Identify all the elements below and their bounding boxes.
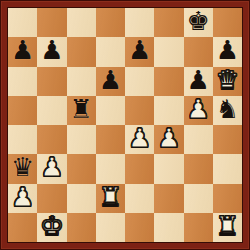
square-f5[interactable] xyxy=(154,96,183,125)
square-c4[interactable] xyxy=(67,125,96,154)
white-pawn: ♟ xyxy=(157,125,180,153)
square-f2[interactable] xyxy=(154,184,183,213)
square-f3[interactable] xyxy=(154,154,183,183)
square-f8[interactable] xyxy=(154,8,183,37)
square-g1[interactable] xyxy=(184,213,213,242)
square-h1[interactable]: ♜ xyxy=(213,213,242,242)
square-c5[interactable]: ♜ xyxy=(67,96,96,125)
square-f4[interactable]: ♟ xyxy=(154,125,183,154)
black-pawn: ♟ xyxy=(128,37,151,65)
square-b5[interactable] xyxy=(37,96,66,125)
square-b8[interactable] xyxy=(37,8,66,37)
square-h6[interactable]: ♛ xyxy=(213,67,242,96)
white-pawn: ♟ xyxy=(186,96,209,124)
square-d7[interactable] xyxy=(96,37,125,66)
square-d4[interactable] xyxy=(96,125,125,154)
square-c3[interactable] xyxy=(67,154,96,183)
square-c7[interactable] xyxy=(67,37,96,66)
square-b2[interactable] xyxy=(37,184,66,213)
square-e6[interactable] xyxy=(125,67,154,96)
square-d3[interactable] xyxy=(96,154,125,183)
black-pawn: ♟ xyxy=(99,67,122,95)
square-d5[interactable] xyxy=(96,96,125,125)
white-rook: ♜ xyxy=(99,184,122,212)
black-queen: ♛ xyxy=(11,154,34,182)
white-pawn: ♟ xyxy=(128,125,151,153)
black-rook: ♜ xyxy=(69,96,92,124)
square-d1[interactable] xyxy=(96,213,125,242)
square-d8[interactable] xyxy=(96,8,125,37)
white-pawn: ♟ xyxy=(40,154,63,182)
square-a6[interactable] xyxy=(8,67,37,96)
chess-board: ♚♟♟♟♟♟♟♛♜♟♞♟♟♛♟♟♜♚♜ xyxy=(8,8,242,242)
white-king: ♚ xyxy=(40,213,63,241)
square-a4[interactable] xyxy=(8,125,37,154)
square-h3[interactable] xyxy=(213,154,242,183)
square-f7[interactable] xyxy=(154,37,183,66)
square-e8[interactable] xyxy=(125,8,154,37)
square-c6[interactable] xyxy=(67,67,96,96)
square-a8[interactable] xyxy=(8,8,37,37)
square-g2[interactable] xyxy=(184,184,213,213)
black-pawn: ♟ xyxy=(40,37,63,65)
square-a2[interactable]: ♟ xyxy=(8,184,37,213)
square-e4[interactable]: ♟ xyxy=(125,125,154,154)
square-g5[interactable]: ♟ xyxy=(184,96,213,125)
square-a3[interactable]: ♛ xyxy=(8,154,37,183)
square-h2[interactable] xyxy=(213,184,242,213)
square-g6[interactable]: ♟ xyxy=(184,67,213,96)
square-f6[interactable] xyxy=(154,67,183,96)
square-g3[interactable] xyxy=(184,154,213,183)
square-f1[interactable] xyxy=(154,213,183,242)
black-king: ♚ xyxy=(186,8,209,36)
white-rook: ♜ xyxy=(216,213,239,241)
square-a1[interactable] xyxy=(8,213,37,242)
white-pawn: ♟ xyxy=(11,184,34,212)
square-e1[interactable] xyxy=(125,213,154,242)
square-b1[interactable]: ♚ xyxy=(37,213,66,242)
board-frame: ♚♟♟♟♟♟♟♛♜♟♞♟♟♛♟♟♜♚♜ xyxy=(0,0,250,250)
square-b3[interactable]: ♟ xyxy=(37,154,66,183)
square-h4[interactable] xyxy=(213,125,242,154)
black-pawn: ♟ xyxy=(216,37,239,65)
square-c1[interactable] xyxy=(67,213,96,242)
square-h7[interactable]: ♟ xyxy=(213,37,242,66)
square-c2[interactable] xyxy=(67,184,96,213)
square-e5[interactable] xyxy=(125,96,154,125)
square-h8[interactable] xyxy=(213,8,242,37)
square-e7[interactable]: ♟ xyxy=(125,37,154,66)
square-g4[interactable] xyxy=(184,125,213,154)
square-d2[interactable]: ♜ xyxy=(96,184,125,213)
square-d6[interactable]: ♟ xyxy=(96,67,125,96)
square-g8[interactable]: ♚ xyxy=(184,8,213,37)
black-pawn: ♟ xyxy=(11,37,34,65)
square-c8[interactable] xyxy=(67,8,96,37)
white-queen: ♛ xyxy=(216,67,239,95)
square-b6[interactable] xyxy=(37,67,66,96)
square-b4[interactable] xyxy=(37,125,66,154)
square-e3[interactable] xyxy=(125,154,154,183)
black-knight: ♞ xyxy=(216,96,239,124)
square-b7[interactable]: ♟ xyxy=(37,37,66,66)
black-pawn: ♟ xyxy=(186,67,209,95)
square-e2[interactable] xyxy=(125,184,154,213)
square-h5[interactable]: ♞ xyxy=(213,96,242,125)
square-a5[interactable] xyxy=(8,96,37,125)
square-a7[interactable]: ♟ xyxy=(8,37,37,66)
square-g7[interactable] xyxy=(184,37,213,66)
